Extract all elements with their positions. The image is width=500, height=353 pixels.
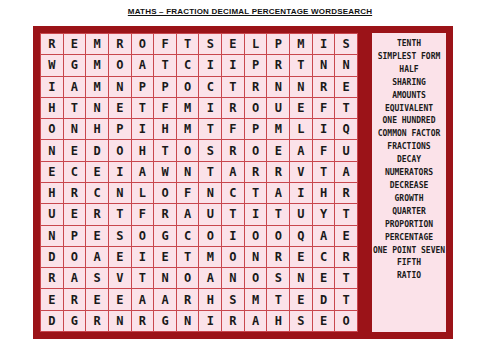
grid-cell: C [177,226,199,246]
grid-cell: E [267,140,289,160]
grid-cell: P [267,34,289,54]
grid-cell: C [313,247,335,267]
grid-cell: U [199,204,221,224]
grid-cell: S [109,226,131,246]
grid-cell: P [109,119,131,139]
grid-cell: E [86,162,108,182]
grid-cell: E [290,98,312,118]
grid-cell: O [335,311,357,331]
grid-cell: F [313,140,335,160]
grid-cell: G [64,55,86,75]
grid-cell: A [132,55,154,75]
grid-cell: P [132,77,154,97]
grid-cell: F [132,204,154,224]
grid-cell: R [313,77,335,97]
grid-cell: E [290,289,312,309]
word-list-item: GROWTH [372,193,446,206]
grid-cell: O [245,98,267,118]
grid-cell: M [290,34,312,54]
grid-cell: A [222,162,244,182]
grid-cell: P [245,55,267,75]
grid-cell: D [41,247,63,267]
grid-cell: T [335,289,357,309]
grid-cell: O [177,268,199,288]
grid-cell: A [86,247,108,267]
grid-cell: I [199,55,221,75]
word-list-item: SHARING [372,77,446,90]
grid-cell: O [267,226,289,246]
grid-cell: N [109,183,131,203]
word-list-item: HALF [372,64,446,77]
grid-cell: O [109,55,131,75]
grid-cell: H [313,183,335,203]
word-list-item: PERCENTAGE [372,232,446,245]
grid-cell: H [41,98,63,118]
grid-cell: T [267,289,289,309]
grid-cell: F [313,98,335,118]
grid-cell: E [222,34,244,54]
grid-cell: I [313,34,335,54]
grid-cell: I [313,119,335,139]
grid-cell: Y [313,204,335,224]
word-list-item: FRACTIONS [372,141,446,154]
grid-cell: N [177,162,199,182]
grid-cell: I [132,247,154,267]
grid-cell: A [335,162,357,182]
grid-cell: R [64,289,86,309]
grid-cell: F [154,34,176,54]
grid-cell: O [132,34,154,54]
grid-cell: M [86,77,108,97]
page-title-text: MATHS – FRACTION DECIMAL PERCENTAGE WORD… [128,7,372,16]
grid-cell: S [335,34,357,54]
grid-cell: U [335,140,357,160]
grid-cell: R [222,140,244,160]
grid-cell: E [86,289,108,309]
grid-cell: Q [290,226,312,246]
grid-cell: R [41,34,63,54]
grid-cell: M [86,55,108,75]
grid-cell: C [222,183,244,203]
word-list-item: ONE POINT SEVEN [372,245,446,258]
grid-cell: O [41,119,63,139]
grid-cell: D [41,311,63,331]
grid-cell: G [154,226,176,246]
grid-cell: T [132,268,154,288]
word-list-item: FIFTH [372,257,446,270]
grid-cell: A [132,289,154,309]
grid-cell: H [41,183,63,203]
grid-cell: O [132,226,154,246]
grid-cell: R [245,77,267,97]
grid-cell: I [132,119,154,139]
grid-cell: T [154,140,176,160]
grid-cell: A [267,183,289,203]
grid-cell: T [245,183,267,203]
word-list-item: RATIO [372,270,446,283]
grid-cell: S [222,289,244,309]
grid-cell: N [199,183,221,203]
grid-cell: R [335,183,357,203]
grid-cell: O [245,226,267,246]
word-list-item: AMOUNTS [372,90,446,103]
grid-cell: E [313,311,335,331]
grid-cell: G [64,311,86,331]
grid-cell: S [199,140,221,160]
grid-cell: A [245,311,267,331]
grid-cell: S [86,268,108,288]
grid-cell: E [64,140,86,160]
grid-cell: T [290,55,312,75]
grid-cell: E [313,268,335,288]
grid-cell: S [267,268,289,288]
grid-cell: Q [335,119,357,139]
grid-cell: T [335,204,357,224]
grid-cell: T [109,204,131,224]
grid-cell: C [64,162,86,182]
word-list-item: DECAY [372,154,446,167]
grid-cell: T [199,119,221,139]
grid-cell: E [64,204,86,224]
grid-cell: R [41,268,63,288]
grid-cell: L [245,34,267,54]
grid-cell: M [199,247,221,267]
grid-cell: F [154,98,176,118]
grid-cell: E [335,226,357,246]
grid-cell: D [313,289,335,309]
word-list-item: DECREASE [372,180,446,193]
word-list-item: COMMON FACTOR [372,128,446,141]
grid-cell: L [132,183,154,203]
grid-cell: R [132,311,154,331]
word-list-item: TENTH [372,38,446,51]
grid-cell: T [177,247,199,267]
grid-cell: R [109,34,131,54]
grid-cell: A [64,77,86,97]
grid-cell: N [154,268,176,288]
grid-cell: O [177,77,199,97]
grid-cell: R [267,247,289,267]
grid-cell: E [86,226,108,246]
grid-cell: T [335,268,357,288]
grid-cell: P [245,119,267,139]
grid-cell: T [64,98,86,118]
grid-cell: O [222,247,244,267]
grid-cell: N [177,311,199,331]
word-list-item: SIMPLEST FORM [372,51,446,64]
grid-cell: W [154,162,176,182]
grid-cell: E [290,247,312,267]
grid-cell: O [109,140,131,160]
grid-cell: S [199,34,221,54]
grid-cell: N [313,55,335,75]
grid-cell: V [290,162,312,182]
grid-cell: M [177,98,199,118]
grid-cell: H [154,119,176,139]
grid-cell: P [64,226,86,246]
grid-cell: T [313,162,335,182]
grid-cell: I [41,77,63,97]
grid-cell: A [64,268,86,288]
grid-cell: U [267,98,289,118]
grid-cell: A [199,268,221,288]
wordsearch-grid-panel: REMROFTSELPMISWGMOATCIIPRTNNIAMNPPOCTRNN… [33,26,365,339]
grid-cell: C [86,183,108,203]
grid-cell: H [86,119,108,139]
page-title: MATHS – FRACTION DECIMAL PERCENTAGE WORD… [0,7,500,16]
grid-cell: N [267,77,289,97]
grid-cell: F [177,183,199,203]
grid-cell: R [335,247,357,267]
grid-cell: I [222,55,244,75]
grid-cell: N [41,140,63,160]
word-list-item: ONE HUNDRED [372,115,446,128]
word-list-item: QUARTER [372,206,446,219]
grid-cell: O [199,226,221,246]
word-list-item: EQUIVALENT [372,103,446,116]
grid-cell: O [245,140,267,160]
grid-cell: E [41,289,63,309]
grid-cell: I [199,311,221,331]
grid-cell: A [177,204,199,224]
grid-cell: G [154,311,176,331]
grid-cell: R [222,98,244,118]
grid-cell: R [245,162,267,182]
grid-cell: R [86,311,108,331]
grid-cell: U [290,204,312,224]
grid-cell: R [267,162,289,182]
grid-cell: N [245,247,267,267]
grid-cell: O [154,183,176,203]
grid-cell: I [109,162,131,182]
word-list-item: NUMERATORS [372,167,446,180]
grid-cell: L [290,119,312,139]
grid-cell: E [335,77,357,97]
grid-cell: E [41,162,63,182]
grid-cell: T [199,162,221,182]
grid-cell: T [267,204,289,224]
grid-cell: T [335,98,357,118]
grid-cell: T [132,98,154,118]
grid-cell: T [222,77,244,97]
grid-cell: F [222,119,244,139]
wordsearch-grid: REMROFTSELPMISWGMOATCIIPRTNNIAMNPPOCTRNN… [40,33,358,332]
grid-cell: I [290,183,312,203]
grid-cell: O [245,268,267,288]
grid-cell: E [64,34,86,54]
word-list-item: PROPORTION [372,219,446,232]
grid-cell: R [267,55,289,75]
grid-cell: W [41,55,63,75]
grid-cell: A [313,226,335,246]
grid-cell: N [109,77,131,97]
grid-cell: C [199,77,221,97]
grid-cell: A [290,140,312,160]
grid-cell: N [86,98,108,118]
grid-cell: I [245,204,267,224]
grid-cell: A [132,162,154,182]
grid-cell: N [109,311,131,331]
grid-cell: R [86,204,108,224]
grid-cell: H [267,311,289,331]
grid-cell: N [335,55,357,75]
grid-cell: O [177,140,199,160]
grid-cell: S [290,311,312,331]
grid-cell: H [132,140,154,160]
grid-cell: D [86,140,108,160]
grid-cell: I [199,98,221,118]
grid-cell: R [64,183,86,203]
grid-cell: E [154,247,176,267]
grid-cell: N [41,226,63,246]
grid-cell: R [177,289,199,309]
grid-cell: U [41,204,63,224]
word-list-panel: TENTHSIMPLEST FORMHALFSHARINGAMOUNTSEQUI… [365,26,453,339]
grid-cell: N [64,119,86,139]
grid-cell: O [64,247,86,267]
grid-cell: M [177,119,199,139]
grid-cell: I [222,226,244,246]
grid-cell: M [267,119,289,139]
grid-cell: M [245,289,267,309]
grid-cell: C [177,55,199,75]
grid-cell: M [86,34,108,54]
grid-cell: R [154,204,176,224]
grid-cell: E [109,98,131,118]
grid-cell: N [290,268,312,288]
grid-cell: P [154,77,176,97]
grid-cell: H [199,289,221,309]
grid-cell: R [222,311,244,331]
word-list: TENTHSIMPLEST FORMHALFSHARINGAMOUNTSEQUI… [372,38,446,283]
grid-cell: V [109,268,131,288]
grid-cell: T [222,204,244,224]
grid-cell: N [222,268,244,288]
grid-cell: A [154,289,176,309]
grid-cell: E [109,289,131,309]
grid-cell: E [109,247,131,267]
grid-cell: T [154,55,176,75]
grid-cell: T [177,34,199,54]
grid-cell: N [290,77,312,97]
